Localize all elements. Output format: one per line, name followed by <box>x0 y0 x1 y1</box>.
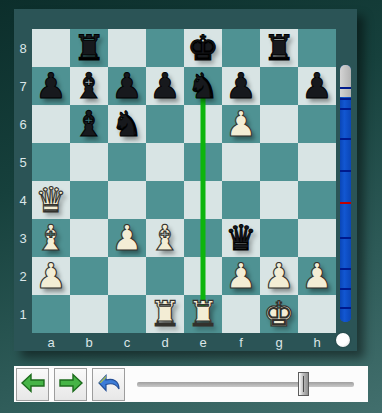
file-label-b: b <box>70 333 108 351</box>
evaluation-tick <box>340 170 351 172</box>
evaluation-tick <box>340 307 351 309</box>
piece-black-queen-f3[interactable]: ♛ <box>222 219 260 257</box>
piece-black-knight-c6[interactable]: ♞ <box>108 105 146 143</box>
piece-black-bishop-b7[interactable]: ♝ <box>70 67 108 105</box>
piece-black-knight-e7[interactable]: ♞ <box>184 67 222 105</box>
file-label-e: e <box>184 333 222 351</box>
piece-white-pawn-c3[interactable]: ♟ <box>108 219 146 257</box>
slider-handle[interactable] <box>298 372 309 396</box>
takeback-button[interactable] <box>92 368 125 401</box>
evaluation-tick <box>340 288 351 290</box>
piece-white-king-g1[interactable]: ♚ <box>260 295 298 333</box>
left-arrow-icon <box>20 370 46 399</box>
evaluation-tick <box>340 108 351 110</box>
right-arrow-icon <box>58 370 84 399</box>
evaluation-tick <box>340 202 351 204</box>
evaluation-bar <box>340 65 351 322</box>
rank-label-3: 3 <box>14 219 32 257</box>
rank-label-6: 6 <box>14 105 32 143</box>
piece-black-pawn-a7[interactable]: ♟ <box>32 67 70 105</box>
piece-white-bishop-d3[interactable]: ♝ <box>146 219 184 257</box>
file-label-c: c <box>108 333 146 351</box>
chess-board-panel: 87654321 ♜♚♜♟♝♟♟♞♟♟♝♞♟♛♝♟♝♛♟♟♟♟♜♜♚ abcde… <box>14 9 357 351</box>
piece-black-pawn-h7[interactable]: ♟ <box>298 67 336 105</box>
piece-black-pawn-c7[interactable]: ♟ <box>108 67 146 105</box>
rank-label-5: 5 <box>14 143 32 181</box>
piece-black-pawn-f7[interactable]: ♟ <box>222 67 260 105</box>
file-label-a: a <box>32 333 70 351</box>
piece-white-pawn-a2[interactable]: ♟ <box>32 257 70 295</box>
piece-white-pawn-h2[interactable]: ♟ <box>298 257 336 295</box>
file-label-f: f <box>222 333 260 351</box>
piece-black-king-e8[interactable]: ♚ <box>184 29 222 67</box>
evaluation-bar-gray <box>340 65 351 97</box>
piece-white-bishop-a3[interactable]: ♝ <box>32 219 70 257</box>
rank-label-1: 1 <box>14 295 32 333</box>
piece-black-bishop-b6[interactable]: ♝ <box>70 105 108 143</box>
previous-move-button[interactable] <box>16 368 49 401</box>
file-label-d: d <box>146 333 184 351</box>
file-labels: abcdefgh <box>32 333 336 351</box>
rank-labels: 87654321 <box>14 29 32 333</box>
evaluation-tick <box>340 87 351 89</box>
toolbar <box>14 366 368 402</box>
file-label-h: h <box>298 333 336 351</box>
turn-indicator <box>336 333 350 347</box>
rank-label-8: 8 <box>14 29 32 67</box>
rank-label-7: 7 <box>14 67 32 105</box>
slider-track[interactable] <box>137 382 354 387</box>
move-slider[interactable] <box>137 366 354 402</box>
piece-white-pawn-f6[interactable]: ♟ <box>222 105 260 143</box>
piece-black-pawn-d7[interactable]: ♟ <box>146 67 184 105</box>
rank-label-2: 2 <box>14 257 32 295</box>
evaluation-tick <box>340 98 351 100</box>
undo-arrow-icon <box>96 370 122 399</box>
evaluation-tick <box>340 237 351 239</box>
evaluation-tick <box>340 268 351 270</box>
next-move-button[interactable] <box>54 368 87 401</box>
piece-white-rook-e1[interactable]: ♜ <box>184 295 222 333</box>
piece-white-rook-d1[interactable]: ♜ <box>146 295 184 333</box>
piece-white-pawn-f2[interactable]: ♟ <box>222 257 260 295</box>
rank-label-4: 4 <box>14 181 32 219</box>
evaluation-tick <box>340 138 351 140</box>
file-label-g: g <box>260 333 298 351</box>
piece-black-rook-b8[interactable]: ♜ <box>70 29 108 67</box>
piece-white-pawn-g2[interactable]: ♟ <box>260 257 298 295</box>
piece-black-rook-g8[interactable]: ♜ <box>260 29 298 67</box>
piece-white-queen-a4[interactable]: ♛ <box>32 181 70 219</box>
